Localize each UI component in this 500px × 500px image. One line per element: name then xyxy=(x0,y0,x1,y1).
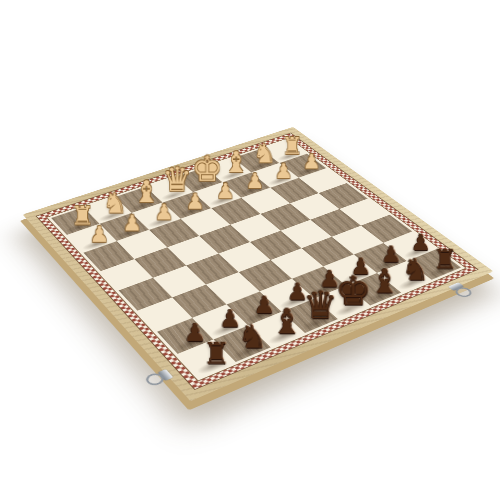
piece-dark-rook: ♜ xyxy=(195,338,238,368)
clasp-side xyxy=(447,282,474,299)
product-photo: ♜♞♝♛♚♝♞♜♟♟♟♟♟♟♟♟♟♟♟♟♟♟♟♟♜♞♝♛♚♝♞♜ xyxy=(0,0,500,500)
piece-light-pawn: ♟ xyxy=(114,213,151,235)
board-grid: ♜♞♝♛♚♝♞♜♟♟♟♟♟♟♟♟♟♟♟♟♟♟♟♟♜♞♝♛♚♝♞♜ xyxy=(51,140,461,377)
board-mat: ♜♞♝♛♚♝♞♜♟♟♟♟♟♟♟♟♟♟♟♟♟♟♟♟♜♞♝♛♚♝♞♜ xyxy=(46,138,467,382)
piece-light-pawn: ♟ xyxy=(146,202,182,224)
piece-light-pawn: ♟ xyxy=(177,191,213,212)
chess-board: ♜♞♝♛♚♝♞♜♟♟♟♟♟♟♟♟♟♟♟♟♟♟♟♟♜♞♝♛♚♝♞♜ xyxy=(23,127,494,401)
clasp-front xyxy=(143,368,173,386)
board-frame: ♜♞♝♛♚♝♞♜♟♟♟♟♟♟♟♟♟♟♟♟♟♟♟♟♜♞♝♛♚♝♞♜ xyxy=(23,127,494,401)
clasp-ring xyxy=(452,286,475,299)
decorative-border: ♜♞♝♛♚♝♞♜♟♟♟♟♟♟♟♟♟♟♟♟♟♟♟♟♜♞♝♛♚♝♞♜ xyxy=(36,133,479,390)
piece-light-pawn: ♟ xyxy=(81,224,118,246)
piece-light-pawn: ♟ xyxy=(208,181,243,202)
scene: ♜♞♝♛♚♝♞♜♟♟♟♟♟♟♟♟♟♟♟♟♟♟♟♟♜♞♝♛♚♝♞♜ xyxy=(0,0,500,500)
